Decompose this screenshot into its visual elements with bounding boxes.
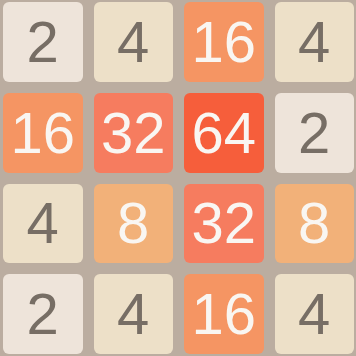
tile-r1c3: 16 [184, 2, 264, 82]
tile-r3c2: 8 [94, 184, 174, 264]
tile-r3c1: 4 [3, 184, 83, 264]
tile-r2c1: 16 [3, 93, 83, 173]
tile-r2c2: 32 [94, 93, 174, 173]
tile-r3c4: 8 [275, 184, 355, 264]
tile-r1c1: 2 [3, 2, 83, 82]
tile-r4c4: 4 [275, 274, 355, 354]
tile-r2c3: 64 [184, 93, 264, 173]
tile-r4c1: 2 [3, 274, 83, 354]
tile-r2c4: 2 [275, 93, 355, 173]
tile-r4c2: 4 [94, 274, 174, 354]
tile-r1c2: 4 [94, 2, 174, 82]
game-board-2048[interactable]: 2 4 16 4 16 32 64 2 4 8 32 8 2 4 16 4 [0, 0, 356, 356]
tile-r3c3: 32 [184, 184, 264, 264]
tile-r1c4: 4 [275, 2, 355, 82]
tile-r4c3: 16 [184, 274, 264, 354]
